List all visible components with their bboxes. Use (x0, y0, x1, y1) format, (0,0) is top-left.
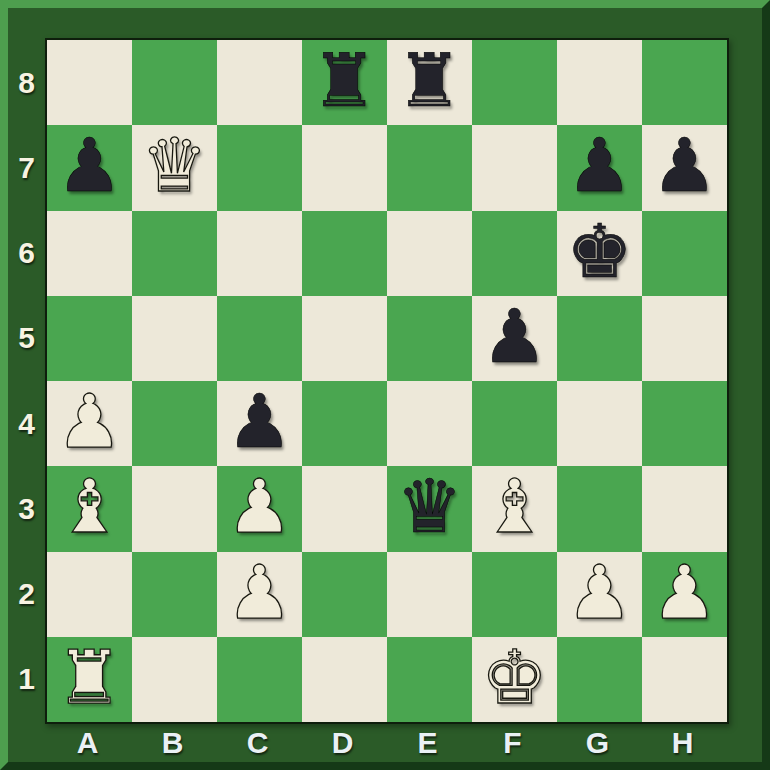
square-c5[interactable] (217, 296, 302, 381)
square-c4[interactable]: ♟ (217, 381, 302, 466)
piece-white-pawn[interactable]: ♟ (651, 550, 717, 635)
rank-label-8: 8 (8, 40, 45, 125)
piece-black-pawn[interactable]: ♟ (56, 123, 122, 208)
file-label-f: F (470, 724, 555, 762)
square-d8[interactable]: ♜ (302, 40, 387, 125)
square-h4[interactable] (642, 381, 727, 466)
square-d5[interactable] (302, 296, 387, 381)
piece-white-pawn[interactable]: ♟ (56, 379, 122, 464)
piece-black-queen[interactable]: ♛ (396, 464, 462, 549)
square-c7[interactable] (217, 125, 302, 210)
square-a8[interactable] (47, 40, 132, 125)
square-e2[interactable] (387, 552, 472, 637)
square-f2[interactable] (472, 552, 557, 637)
rank-labels-column: 87654321 (8, 40, 45, 722)
square-f6[interactable] (472, 211, 557, 296)
square-c3[interactable]: ♟ (217, 466, 302, 551)
piece-black-rook[interactable]: ♜ (396, 38, 462, 123)
piece-white-pawn[interactable]: ♟ (566, 550, 632, 635)
square-a5[interactable] (47, 296, 132, 381)
square-e1[interactable] (387, 637, 472, 722)
square-a4[interactable]: ♟ (47, 381, 132, 466)
square-e5[interactable] (387, 296, 472, 381)
square-d7[interactable] (302, 125, 387, 210)
square-c2[interactable]: ♟ (217, 552, 302, 637)
square-e4[interactable] (387, 381, 472, 466)
square-b1[interactable] (132, 637, 217, 722)
square-c8[interactable] (217, 40, 302, 125)
square-f7[interactable] (472, 125, 557, 210)
piece-white-king[interactable]: ♚ (481, 635, 547, 720)
piece-white-pawn[interactable]: ♟ (226, 550, 292, 635)
square-b4[interactable] (132, 381, 217, 466)
square-b2[interactable] (132, 552, 217, 637)
square-c6[interactable] (217, 211, 302, 296)
piece-black-pawn[interactable]: ♟ (481, 294, 547, 379)
square-g4[interactable] (557, 381, 642, 466)
square-f8[interactable] (472, 40, 557, 125)
piece-white-queen[interactable]: ♛ (141, 123, 207, 208)
square-g2[interactable]: ♟ (557, 552, 642, 637)
piece-white-bishop[interactable]: ♝ (56, 464, 122, 549)
square-a3[interactable]: ♝ (47, 466, 132, 551)
square-b6[interactable] (132, 211, 217, 296)
piece-black-pawn[interactable]: ♟ (651, 123, 717, 208)
piece-black-pawn[interactable]: ♟ (566, 123, 632, 208)
square-a1[interactable]: ♜ (47, 637, 132, 722)
square-b5[interactable] (132, 296, 217, 381)
square-g6[interactable]: ♚ (557, 211, 642, 296)
file-label-b: B (130, 724, 215, 762)
square-d4[interactable] (302, 381, 387, 466)
square-h3[interactable] (642, 466, 727, 551)
rank-label-2: 2 (8, 552, 45, 637)
piece-black-pawn[interactable]: ♟ (226, 379, 292, 464)
square-b3[interactable] (132, 466, 217, 551)
square-f4[interactable] (472, 381, 557, 466)
square-h6[interactable] (642, 211, 727, 296)
square-a6[interactable] (47, 211, 132, 296)
square-d2[interactable] (302, 552, 387, 637)
piece-white-rook[interactable]: ♜ (56, 635, 122, 720)
square-e6[interactable] (387, 211, 472, 296)
square-h5[interactable] (642, 296, 727, 381)
square-h8[interactable] (642, 40, 727, 125)
rank-label-6: 6 (8, 211, 45, 296)
rank-label-4: 4 (8, 381, 45, 466)
square-g5[interactable] (557, 296, 642, 381)
square-d3[interactable] (302, 466, 387, 551)
square-f5[interactable]: ♟ (472, 296, 557, 381)
square-b8[interactable] (132, 40, 217, 125)
file-labels-row: ABCDEFGH (45, 724, 729, 762)
square-a7[interactable]: ♟ (47, 125, 132, 210)
square-g1[interactable] (557, 637, 642, 722)
square-c1[interactable] (217, 637, 302, 722)
square-h2[interactable]: ♟ (642, 552, 727, 637)
rank-label-5: 5 (8, 296, 45, 381)
file-label-e: E (385, 724, 470, 762)
square-g3[interactable] (557, 466, 642, 551)
square-f3[interactable]: ♝ (472, 466, 557, 551)
square-a2[interactable] (47, 552, 132, 637)
square-d6[interactable] (302, 211, 387, 296)
square-g7[interactable]: ♟ (557, 125, 642, 210)
square-h7[interactable]: ♟ (642, 125, 727, 210)
square-e8[interactable]: ♜ (387, 40, 472, 125)
square-h1[interactable] (642, 637, 727, 722)
file-label-d: D (300, 724, 385, 762)
piece-white-pawn[interactable]: ♟ (226, 464, 292, 549)
rank-label-1: 1 (8, 637, 45, 722)
file-label-h: H (640, 724, 725, 762)
square-g8[interactable] (557, 40, 642, 125)
square-f1[interactable]: ♚ (472, 637, 557, 722)
file-label-c: C (215, 724, 300, 762)
rank-label-7: 7 (8, 125, 45, 210)
rank-label-3: 3 (8, 466, 45, 551)
square-d1[interactable] (302, 637, 387, 722)
file-label-g: G (555, 724, 640, 762)
piece-white-bishop[interactable]: ♝ (481, 464, 547, 549)
piece-black-rook[interactable]: ♜ (311, 38, 377, 123)
square-b7[interactable]: ♛ (132, 125, 217, 210)
chess-board: ♜♜♟♛♟♟♚♟♟♟♝♟♛♝♟♟♟♜♚ (45, 38, 729, 724)
square-e3[interactable]: ♛ (387, 466, 472, 551)
file-label-a: A (45, 724, 130, 762)
piece-black-king[interactable]: ♚ (566, 209, 632, 294)
square-e7[interactable] (387, 125, 472, 210)
chessboard-diagram: 87654321 ♜♜♟♛♟♟♚♟♟♟♝♟♛♝♟♟♟♜♚ ABCDEFGH (0, 0, 770, 770)
